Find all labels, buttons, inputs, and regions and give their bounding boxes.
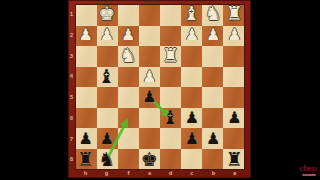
square-c4[interactable] xyxy=(181,67,202,88)
square-e3[interactable] xyxy=(139,46,160,67)
square-c3[interactable] xyxy=(181,46,202,67)
square-a7[interactable] xyxy=(223,128,244,149)
square-a4[interactable] xyxy=(223,67,244,88)
white-knight-f3[interactable]: ♞ xyxy=(120,46,137,65)
brand-logo-tagline-bar xyxy=(302,174,316,176)
black-pawn-e5[interactable]: ♟ xyxy=(142,89,156,105)
square-c8[interactable] xyxy=(181,149,202,170)
file-label-g: g xyxy=(102,171,113,176)
rank-label-1: 1 xyxy=(70,9,74,19)
file-label-d: d xyxy=(165,171,176,176)
rank-label-7: 7 xyxy=(70,134,74,144)
white-bishop-c1[interactable]: ♝ xyxy=(183,4,200,23)
file-label-f: f xyxy=(123,171,134,176)
square-h4[interactable] xyxy=(76,67,97,88)
white-pawn-a2[interactable]: ♟ xyxy=(227,27,241,43)
square-h3[interactable] xyxy=(76,46,97,67)
square-f5[interactable] xyxy=(118,87,139,108)
square-f1[interactable] xyxy=(118,5,139,26)
white-knight-b1[interactable]: ♞ xyxy=(205,4,222,23)
white-pawn-e4[interactable]: ♟ xyxy=(142,68,156,84)
rank-label-8: 8 xyxy=(70,154,74,164)
square-g6[interactable] xyxy=(97,108,118,129)
white-pawn-f2[interactable]: ♟ xyxy=(121,27,135,43)
black-knight-g8[interactable]: ♞ xyxy=(98,150,115,169)
square-d7[interactable] xyxy=(160,128,181,149)
square-b3[interactable] xyxy=(202,46,223,67)
white-rook-a1[interactable]: ♜ xyxy=(226,4,243,23)
square-f8[interactable] xyxy=(118,149,139,170)
square-d8[interactable] xyxy=(160,149,181,170)
white-rook-d3[interactable]: ♜ xyxy=(162,46,179,65)
square-g3[interactable] xyxy=(97,46,118,67)
white-pawn-c2[interactable]: ♟ xyxy=(185,27,199,43)
square-c5[interactable] xyxy=(181,87,202,108)
square-g5[interactable] xyxy=(97,87,118,108)
white-pawn-h2[interactable]: ♟ xyxy=(78,27,92,43)
square-f6[interactable] xyxy=(118,108,139,129)
brand-logo-text: chess xyxy=(300,164,318,173)
square-e1[interactable] xyxy=(139,5,160,26)
square-e6[interactable] xyxy=(139,108,160,129)
square-b6[interactable] xyxy=(202,108,223,129)
square-f7[interactable] xyxy=(118,128,139,149)
white-king-g1[interactable]: ♚ xyxy=(98,4,115,23)
square-d1[interactable] xyxy=(160,5,181,26)
file-label-c: c xyxy=(187,171,198,176)
square-f4[interactable] xyxy=(118,67,139,88)
square-b8[interactable] xyxy=(202,149,223,170)
black-bishop-d6[interactable]: ♝ xyxy=(162,108,179,127)
white-pawn-b2[interactable]: ♟ xyxy=(206,27,220,43)
square-b4[interactable] xyxy=(202,67,223,88)
brand-logo: chess xyxy=(300,164,318,176)
rank-label-3: 3 xyxy=(70,51,74,61)
black-pawn-c6[interactable]: ♟ xyxy=(185,110,199,126)
black-pawn-h7[interactable]: ♟ xyxy=(78,131,92,147)
black-rook-h8[interactable]: ♜ xyxy=(77,150,94,169)
file-label-a: a xyxy=(229,171,240,176)
square-a5[interactable] xyxy=(223,87,244,108)
rank-label-6: 6 xyxy=(70,113,74,123)
black-pawn-c7[interactable]: ♟ xyxy=(185,131,199,147)
square-e7[interactable] xyxy=(139,128,160,149)
black-pawn-a6[interactable]: ♟ xyxy=(227,110,241,126)
chess-board-frame: 12345678hgfedcba ♚♝♞♜♟♟♟♟♟♟♞♜♝♟♟♝♟♟♟♟♟♟♜… xyxy=(68,0,251,178)
file-label-e: e xyxy=(144,171,155,176)
square-h6[interactable] xyxy=(76,108,97,129)
black-king-e8[interactable]: ♚ xyxy=(141,150,158,169)
square-d5[interactable] xyxy=(160,87,181,108)
square-b5[interactable] xyxy=(202,87,223,108)
screenshot-stage: 12345678hgfedcba ♚♝♞♜♟♟♟♟♟♟♞♜♝♟♟♝♟♟♟♟♟♟♜… xyxy=(0,0,320,180)
square-a3[interactable] xyxy=(223,46,244,67)
black-pawn-g7[interactable]: ♟ xyxy=(100,131,114,147)
file-label-b: b xyxy=(208,171,219,176)
square-h5[interactable] xyxy=(76,87,97,108)
square-d4[interactable] xyxy=(160,67,181,88)
square-h1[interactable] xyxy=(76,5,97,26)
rank-label-2: 2 xyxy=(70,30,74,40)
black-pawn-b7[interactable]: ♟ xyxy=(206,131,220,147)
square-d2[interactable] xyxy=(160,26,181,47)
rank-label-4: 4 xyxy=(70,71,74,81)
rank-label-5: 5 xyxy=(70,92,74,102)
black-bishop-g4[interactable]: ♝ xyxy=(98,67,115,86)
white-pawn-g2[interactable]: ♟ xyxy=(100,27,114,43)
file-label-h: h xyxy=(80,171,91,176)
square-e2[interactable] xyxy=(139,26,160,47)
black-rook-a8[interactable]: ♜ xyxy=(226,150,243,169)
